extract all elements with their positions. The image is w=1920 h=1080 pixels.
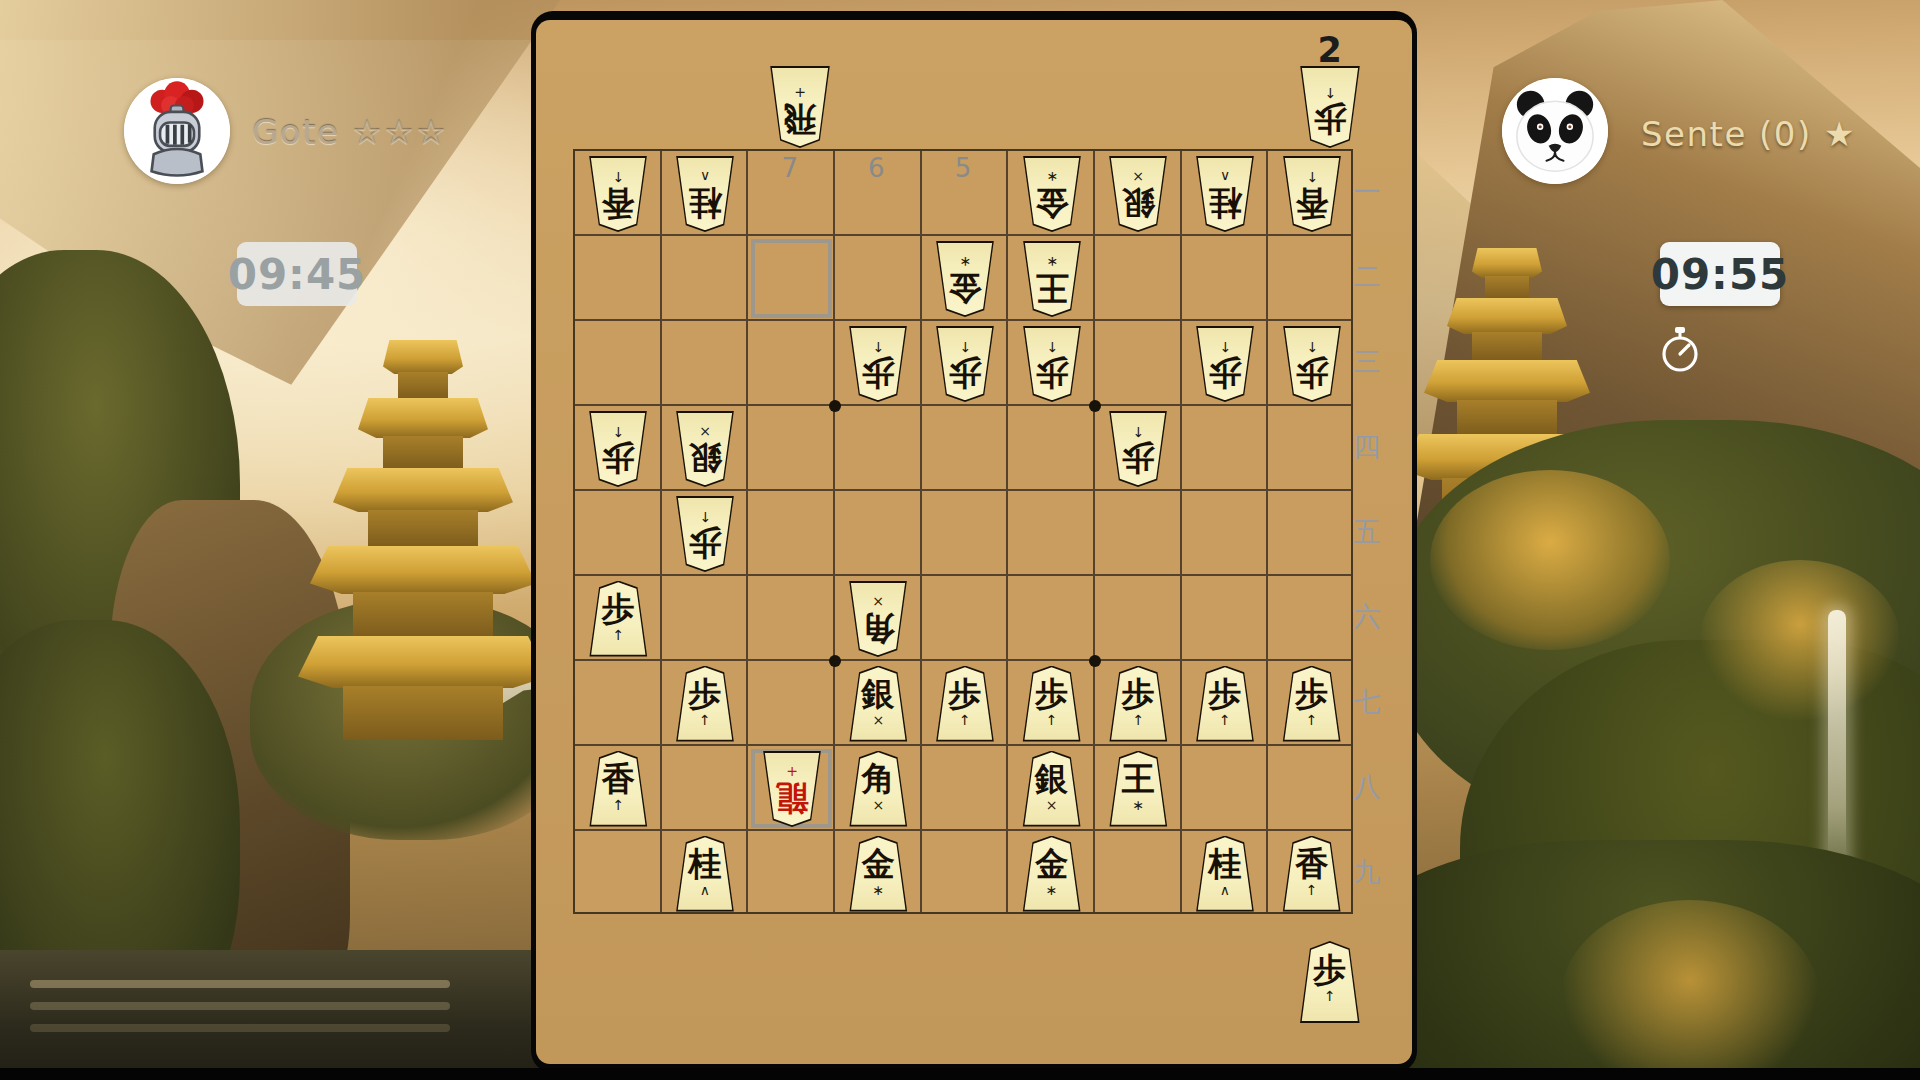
piece-金-sente-69[interactable]: 金∗: [847, 836, 909, 912]
piece-kanji: 歩: [602, 440, 635, 476]
square-33[interactable]: [1095, 321, 1182, 406]
lake-glint: [30, 980, 450, 988]
piece-歩-gote-94[interactable]: 歩↑: [587, 411, 649, 487]
piece-kanji: 歩: [602, 591, 635, 627]
piece-歩-gote-63[interactable]: 歩↑: [847, 326, 909, 402]
square-95[interactable]: [575, 491, 662, 576]
piece-銀-gote-84[interactable]: 銀×: [674, 411, 736, 487]
piece-move-hint-icon: ∗: [1132, 798, 1144, 812]
piece-move-hint-icon: ↑: [612, 170, 624, 184]
stopwatch-icon: [1658, 326, 1702, 376]
piece-歩-gote-23[interactable]: 歩↑: [1194, 326, 1256, 402]
piece-kanji: 香: [602, 761, 635, 797]
piece-桂-sente-29[interactable]: 桂∧: [1194, 836, 1256, 912]
piece-move-hint-icon: ↑: [1306, 340, 1318, 354]
piece-move-hint-icon: ↑: [1306, 170, 1318, 184]
piece-kanji: 桂: [1208, 185, 1241, 221]
square-76[interactable]: [748, 576, 835, 661]
piece-move-hint-icon: ↑: [1132, 425, 1144, 439]
piece-kanji: 香: [1295, 185, 1328, 221]
square-54[interactable]: [922, 406, 1009, 491]
lake: [0, 950, 560, 1080]
piece-kanji: 桂: [688, 846, 721, 882]
square-82[interactable]: [662, 236, 749, 321]
square-15[interactable]: [1268, 491, 1355, 576]
piece-香-sente-19[interactable]: 香↑: [1281, 836, 1343, 912]
file-label-6: 6: [856, 153, 896, 183]
piece-歩-gote-53[interactable]: 歩↑: [934, 326, 996, 402]
piece-kanji: 歩: [1122, 676, 1155, 712]
piece-move-hint-icon: ∗: [1046, 883, 1058, 897]
piece-kanji: 歩: [1295, 355, 1328, 391]
last-move-highlight-72: [751, 239, 832, 318]
square-99[interactable]: [575, 831, 662, 916]
piece-kanji: 王: [1122, 761, 1155, 797]
piece-kanji: 歩: [1122, 440, 1155, 476]
piece-香-sente-98[interactable]: 香↑: [587, 751, 649, 827]
hand-piece-歩-gote[interactable]: 歩↑: [1298, 66, 1362, 148]
square-16[interactable]: [1268, 576, 1355, 661]
piece-kanji: 香: [602, 185, 635, 221]
piece-kanji: 歩: [688, 676, 721, 712]
game-screen: Gote ☆☆☆ 09:45 Sente (0) ★ 09:55 香↑桂∧金∗銀…: [0, 0, 1920, 1080]
piece-王-gote-42[interactable]: 王∗: [1021, 241, 1083, 317]
piece-kanji: 角: [862, 761, 895, 797]
piece-桂-sente-89[interactable]: 桂∧: [674, 836, 736, 912]
piece-金-gote-52[interactable]: 金∗: [934, 241, 996, 317]
panda-icon: [1502, 78, 1608, 184]
piece-歩-gote-34[interactable]: 歩↑: [1107, 411, 1169, 487]
piece-kanji: 銀: [1122, 185, 1155, 221]
piece-move-hint-icon: ↑: [699, 510, 711, 524]
piece-move-hint-icon: ∧: [1220, 883, 1230, 897]
file-label-5: 5: [943, 153, 983, 183]
square-12[interactable]: [1268, 236, 1355, 321]
gote-name: Gote ☆☆☆: [252, 112, 448, 152]
rank-label-7: 七: [1350, 687, 1384, 717]
piece-歩-sente-37[interactable]: 歩↑: [1107, 666, 1169, 742]
piece-香-gote-11[interactable]: 香↑: [1281, 156, 1343, 232]
piece-歩-sente-47[interactable]: 歩↑: [1021, 666, 1083, 742]
piece-kanji: 歩: [688, 525, 721, 561]
piece-kanji: 角: [862, 610, 895, 646]
hoshi-dot: [829, 400, 841, 412]
piece-move-hint-icon: ↑: [1324, 86, 1336, 100]
piece-kanji: 歩: [1035, 676, 1068, 712]
golden-tree-2: [1700, 560, 1900, 720]
piece-move-hint-icon: ↑: [612, 798, 624, 812]
piece-kanji: 歩: [1313, 101, 1346, 137]
piece-kanji: 龍: [775, 780, 808, 816]
piece-桂-gote-81[interactable]: 桂∧: [674, 156, 736, 232]
rank-label-4: 四: [1350, 432, 1384, 462]
piece-桂-gote-21[interactable]: 桂∧: [1194, 156, 1256, 232]
piece-王-sente-38[interactable]: 王∗: [1107, 751, 1169, 827]
piece-銀-sente-67[interactable]: 銀×: [847, 666, 909, 742]
piece-kanji: 歩: [948, 676, 981, 712]
piece-move-hint-icon: ∗: [1046, 255, 1058, 269]
piece-歩-sente-17[interactable]: 歩↑: [1281, 666, 1343, 742]
knight-helmet-icon: [124, 78, 230, 184]
piece-move-hint-icon: ∧: [1220, 170, 1230, 184]
gote-clock: 09:45: [237, 242, 357, 306]
piece-歩-sente-87[interactable]: 歩↑: [674, 666, 736, 742]
rank-label-9: 九: [1350, 857, 1384, 887]
rank-label-3: 三: [1350, 347, 1384, 377]
piece-kanji: 歩: [948, 355, 981, 391]
piece-kanji: 歩: [1208, 676, 1241, 712]
piece-move-hint-icon: ↑: [612, 628, 624, 642]
square-74[interactable]: [748, 406, 835, 491]
square-59[interactable]: [922, 831, 1009, 916]
square-75[interactable]: [748, 491, 835, 576]
piece-move-hint-icon: ×: [699, 425, 711, 439]
gote-avatar: [124, 78, 230, 184]
square-93[interactable]: [575, 321, 662, 406]
piece-move-hint-icon: ↑: [1324, 989, 1336, 1003]
square-83[interactable]: [662, 321, 749, 406]
piece-move-hint-icon: +: [794, 86, 806, 100]
square-44[interactable]: [1008, 406, 1095, 491]
square-88[interactable]: [662, 746, 749, 831]
piece-move-hint-icon: ↑: [1306, 713, 1318, 727]
piece-move-hint-icon: ∧: [700, 170, 710, 184]
rank-label-8: 八: [1350, 772, 1384, 802]
piece-角-sente-68[interactable]: 角×: [847, 751, 909, 827]
piece-move-hint-icon: ↑: [1219, 340, 1231, 354]
piece-kanji: 桂: [1208, 846, 1241, 882]
rank-label-2: 二: [1350, 262, 1384, 292]
piece-歩-sente-57[interactable]: 歩↑: [934, 666, 996, 742]
piece-歩-sente-27[interactable]: 歩↑: [1194, 666, 1256, 742]
piece-move-hint-icon: ∧: [700, 883, 710, 897]
square-28[interactable]: [1182, 746, 1269, 831]
piece-kanji: 金: [1035, 185, 1068, 221]
hand-piece-count: 2: [1300, 30, 1360, 70]
piece-move-hint-icon: ×: [872, 595, 884, 609]
golden-tree-1: [1430, 470, 1670, 650]
square-25[interactable]: [1182, 491, 1269, 576]
piece-香-gote-91[interactable]: 香↑: [587, 156, 649, 232]
square-92[interactable]: [575, 236, 662, 321]
square-24[interactable]: [1182, 406, 1269, 491]
piece-金-gote-41[interactable]: 金∗: [1021, 156, 1083, 232]
piece-move-hint-icon: ×: [872, 713, 884, 727]
piece-歩-gote-43[interactable]: 歩↑: [1021, 326, 1083, 402]
piece-move-hint-icon: ↑: [1306, 883, 1318, 897]
piece-kanji: 歩: [862, 355, 895, 391]
square-58[interactable]: [922, 746, 1009, 831]
sente-avatar: [1502, 78, 1608, 184]
square-39[interactable]: [1095, 831, 1182, 916]
pagoda-left: [298, 340, 548, 740]
rank-label-6: 六: [1350, 602, 1384, 632]
piece-kanji: 王: [1035, 270, 1068, 306]
sente-rating-star: ★: [1824, 114, 1856, 154]
hand-piece-飛-gote[interactable]: 飛+: [768, 66, 832, 148]
hoshi-dot: [1089, 655, 1101, 667]
board-grid: 香↑桂∧金∗銀×桂∧香↑金∗王∗歩↑歩↑歩↑歩↑歩↑歩↑銀×歩↑歩↑角×龍+歩↑…: [573, 149, 1353, 914]
piece-歩-sente-96[interactable]: 歩↑: [587, 581, 649, 657]
piece-kanji: 銀: [862, 676, 895, 712]
square-77[interactable]: [748, 661, 835, 746]
piece-kanji: 金: [862, 846, 895, 882]
square-46[interactable]: [1008, 576, 1095, 661]
piece-銀-sente-48[interactable]: 銀×: [1021, 751, 1083, 827]
sente-clock: 09:55: [1660, 242, 1780, 306]
square-56[interactable]: [922, 576, 1009, 661]
square-62[interactable]: [835, 236, 922, 321]
piece-龍-gote-78[interactable]: 龍+: [761, 751, 823, 827]
square-86[interactable]: [662, 576, 749, 661]
square-64[interactable]: [835, 406, 922, 491]
square-22[interactable]: [1182, 236, 1269, 321]
piece-move-hint-icon: ↑: [1132, 713, 1144, 727]
square-14[interactable]: [1268, 406, 1355, 491]
piece-move-hint-icon: ∗: [872, 883, 884, 897]
piece-金-sente-49[interactable]: 金∗: [1021, 836, 1083, 912]
piece-move-hint-icon: ↑: [959, 340, 971, 354]
square-97[interactable]: [575, 661, 662, 746]
sente-name: Sente (0) ★: [1641, 114, 1856, 154]
bottom-black-bar: [0, 1068, 1920, 1080]
piece-move-hint-icon: ↑: [1046, 713, 1058, 727]
piece-kanji: 歩: [1035, 355, 1068, 391]
piece-move-hint-icon: ×: [1046, 798, 1058, 812]
piece-move-hint-icon: ×: [1132, 170, 1144, 184]
piece-move-hint-icon: ↑: [872, 340, 884, 354]
square-55[interactable]: [922, 491, 1009, 576]
piece-歩-gote-13[interactable]: 歩↑: [1281, 326, 1343, 402]
piece-銀-gote-31[interactable]: 銀×: [1107, 156, 1169, 232]
piece-move-hint-icon: ↑: [959, 713, 971, 727]
piece-kanji: 桂: [688, 185, 721, 221]
piece-move-hint-icon: ↑: [699, 713, 711, 727]
piece-歩-gote-85[interactable]: 歩↑: [674, 496, 736, 572]
square-73[interactable]: [748, 321, 835, 406]
square-32[interactable]: [1095, 236, 1182, 321]
square-36[interactable]: [1095, 576, 1182, 661]
waterfall: [1828, 610, 1846, 890]
piece-move-hint-icon: ↑: [1219, 713, 1231, 727]
gote-rating-stars: ☆☆☆: [352, 112, 448, 152]
piece-move-hint-icon: +: [786, 765, 798, 779]
square-26[interactable]: [1182, 576, 1269, 661]
piece-move-hint-icon: ∗: [1046, 170, 1058, 184]
piece-move-hint-icon: ↑: [612, 425, 624, 439]
piece-kanji: 金: [948, 270, 981, 306]
square-18[interactable]: [1268, 746, 1355, 831]
piece-角-gote-66[interactable]: 角×: [847, 581, 909, 657]
piece-kanji: 歩: [1313, 952, 1346, 988]
rank-label-1: 一: [1350, 177, 1384, 207]
piece-kanji: 銀: [1035, 761, 1068, 797]
piece-kanji: 歩: [1295, 676, 1328, 712]
rank-label-5: 五: [1350, 517, 1384, 547]
square-65[interactable]: [835, 491, 922, 576]
shogi-board: 香↑桂∧金∗銀×桂∧香↑金∗王∗歩↑歩↑歩↑歩↑歩↑歩↑銀×歩↑歩↑角×龍+歩↑…: [536, 20, 1412, 1064]
piece-move-hint-icon: ∗: [959, 255, 971, 269]
piece-kanji: 金: [1035, 846, 1068, 882]
hand-piece-歩-sente[interactable]: 歩↑: [1298, 941, 1362, 1023]
square-79[interactable]: [748, 831, 835, 916]
square-35[interactable]: [1095, 491, 1182, 576]
piece-move-hint-icon: ↑: [1046, 340, 1058, 354]
piece-kanji: 歩: [1208, 355, 1241, 391]
square-45[interactable]: [1008, 491, 1095, 576]
piece-move-hint-icon: ×: [872, 798, 884, 812]
hoshi-dot: [829, 655, 841, 667]
piece-kanji: 飛: [784, 101, 817, 137]
hoshi-dot: [1089, 400, 1101, 412]
piece-kanji: 銀: [688, 440, 721, 476]
file-label-7: 7: [770, 153, 810, 183]
piece-kanji: 香: [1295, 846, 1328, 882]
